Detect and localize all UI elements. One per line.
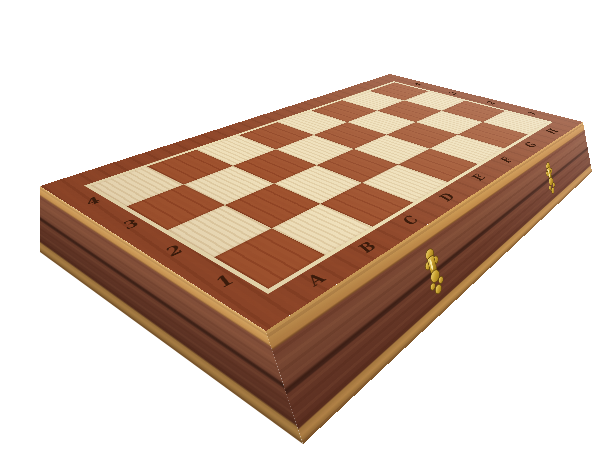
file-label: H [541, 128, 562, 135]
rank-label: 4 [79, 196, 103, 208]
rank-label: 3 [116, 218, 142, 232]
product-photo-stage: 43214321ABCDEFGH [0, 0, 600, 450]
file-label: F [495, 156, 516, 164]
file-label: C [396, 214, 423, 227]
file-label: D [434, 192, 460, 204]
rank-label: 2 [159, 243, 187, 259]
rank-label: 1 [207, 273, 238, 292]
file-label: A [300, 271, 331, 289]
file-label: B [352, 240, 382, 256]
brass-clasp-icon [420, 242, 447, 302]
file-label: G [520, 141, 541, 149]
brass-clasp-icon [544, 159, 557, 198]
file-label: E [467, 173, 490, 183]
